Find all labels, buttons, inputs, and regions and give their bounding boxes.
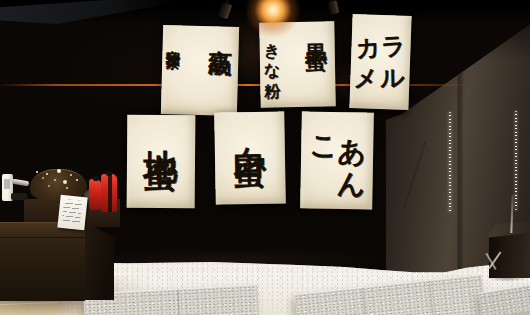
white-sign-card bbox=[57, 195, 87, 231]
poster-text-jimitsu: 地蜜 bbox=[144, 122, 178, 132]
poster-text-uji-matcha: 宇治抹茶 bbox=[167, 38, 181, 46]
led-strip-right bbox=[515, 111, 517, 210]
poster-text-kokyu: 高級 bbox=[209, 29, 233, 38]
poster-text-meru: メル bbox=[353, 65, 407, 90]
poster-jimitsu: 地蜜 bbox=[127, 115, 196, 209]
poster-caramel: カラ メル bbox=[349, 14, 411, 110]
poster-anko: あんこ bbox=[300, 111, 374, 209]
shop-interior-photo: 高級 宇治抹茶 黒蜜 きな粉 カラ メル 地蜜 白蜜 あんこ bbox=[0, 0, 530, 315]
counter-front-face bbox=[0, 222, 85, 301]
kettle-base bbox=[11, 193, 27, 200]
poster-text-shiromitsu: 白蜜 bbox=[233, 120, 266, 131]
speaker-wire-loop bbox=[486, 250, 503, 272]
poster-text-kuromitsu: 黒蜜 bbox=[305, 25, 327, 33]
red-package-small bbox=[89, 179, 101, 210]
red-package-large bbox=[101, 174, 117, 212]
wrapped-sweets-glints bbox=[36, 171, 38, 173]
poster-premium-uji-matcha: 高級 宇治抹茶 bbox=[161, 25, 239, 116]
poster-shiromitsu: 白蜜 bbox=[214, 111, 286, 204]
led-strip-left bbox=[449, 112, 451, 212]
poster-text-kara: カラ bbox=[355, 33, 408, 61]
glowing-lamp bbox=[243, 0, 303, 38]
poster-text-anko: あんこ bbox=[308, 118, 366, 210]
